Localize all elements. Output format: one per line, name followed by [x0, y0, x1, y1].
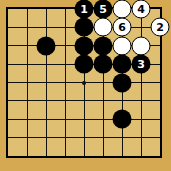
star-point — [82, 81, 86, 85]
black-stone[interactable] — [113, 73, 132, 92]
white-stone[interactable] — [132, 36, 151, 55]
black-stone[interactable] — [75, 55, 94, 74]
white-stone-move-2[interactable]: 2 — [151, 18, 170, 37]
black-stone[interactable] — [94, 36, 113, 55]
black-stone[interactable] — [75, 18, 94, 37]
black-stone-move-5[interactable]: 5 — [94, 0, 113, 19]
white-stone-move-6[interactable]: 6 — [113, 18, 132, 37]
black-stone[interactable] — [113, 55, 132, 74]
white-stone[interactable] — [113, 36, 132, 55]
white-stone[interactable] — [113, 0, 132, 19]
black-stone[interactable] — [75, 36, 94, 55]
black-stone-move-3[interactable]: 3 — [132, 55, 151, 74]
black-stone[interactable] — [37, 36, 56, 55]
black-stone[interactable] — [113, 110, 132, 129]
grid-line-horizontal — [8, 100, 160, 101]
grid-line-horizontal — [8, 119, 160, 120]
black-stone[interactable] — [94, 55, 113, 74]
grid-line-horizontal — [8, 137, 160, 138]
white-stone-move-4[interactable]: 4 — [132, 0, 151, 19]
white-stone[interactable] — [94, 18, 113, 37]
black-stone-move-1[interactable]: 1 — [75, 0, 94, 19]
go-board[interactable]: 154623 — [6, 7, 162, 158]
go-diagram: 154623 — [0, 0, 171, 171]
